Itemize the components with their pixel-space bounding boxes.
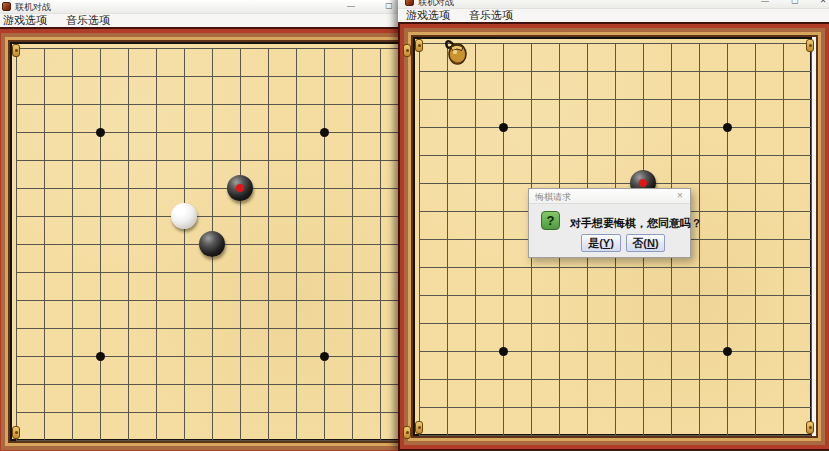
- last-move-marker: [236, 184, 244, 192]
- grid-line: [419, 295, 811, 296]
- star-point: [723, 347, 732, 356]
- grid-line: [419, 379, 811, 380]
- minimize-button[interactable]: —: [343, 0, 359, 12]
- grid-line: [240, 48, 241, 440]
- dialog-close-icon[interactable]: ×: [674, 190, 686, 201]
- grid-line: [16, 272, 408, 273]
- minimize-button[interactable]: —: [757, 0, 773, 7]
- window-title: 联机对战: [418, 0, 454, 9]
- board-left[interactable]: [10, 42, 409, 441]
- dialog-title: 悔棋请求: [535, 191, 571, 204]
- star-point: [96, 352, 105, 361]
- frame-ornament: [806, 421, 814, 434]
- star-point: [499, 123, 508, 132]
- no-button-label: 否(: [632, 237, 647, 249]
- mallet-cursor-icon: [444, 37, 468, 67]
- grid-line: [16, 300, 408, 301]
- frame-ornament: [415, 421, 423, 434]
- grid-line: [268, 48, 269, 440]
- dialog-titlebar[interactable]: 悔棋请求 ×: [529, 189, 690, 204]
- grid-line: [296, 48, 297, 440]
- grid-line: [16, 384, 408, 385]
- no-button[interactable]: 否(N): [626, 234, 665, 252]
- grid-line: [699, 43, 700, 435]
- question-icon: ?: [541, 211, 560, 230]
- frame-ornament: [415, 39, 423, 52]
- grid-line: [16, 440, 408, 441]
- grid-line: [727, 43, 728, 435]
- menu-music-options[interactable]: 音乐选项: [461, 9, 521, 22]
- frame-ornament: [12, 44, 20, 57]
- window-title: 联机对战: [15, 1, 51, 14]
- frame-ornament: [12, 426, 20, 439]
- last-move-marker: [639, 179, 647, 187]
- right-game-window: 联机对战 — ▢ ✕ 游戏选项 音乐选项 悔棋请求 ×: [398, 0, 829, 451]
- star-point: [320, 352, 329, 361]
- white-stone: [171, 203, 197, 229]
- grid-line: [324, 48, 325, 440]
- black-stone: [227, 175, 253, 201]
- yes-button[interactable]: 是(Y): [581, 234, 621, 252]
- star-point: [320, 128, 329, 137]
- dialog-message: 对手想要悔棋，您同意吗？: [570, 216, 702, 231]
- right-titlebar[interactable]: 联机对战 — ▢ ✕: [398, 0, 829, 9]
- menu-game-options[interactable]: 游戏选项: [398, 9, 458, 22]
- grid-line: [811, 43, 812, 435]
- right-menubar: 游戏选项 音乐选项: [398, 9, 829, 22]
- grid-line: [419, 267, 811, 268]
- grid-line: [16, 328, 408, 329]
- grid-line: [16, 412, 408, 413]
- maximize-button[interactable]: ▢: [787, 0, 803, 7]
- left-menubar: 游戏选项 音乐选项: [0, 14, 428, 27]
- star-point: [96, 128, 105, 137]
- grid-line: [783, 43, 784, 435]
- board-frame: [0, 27, 428, 451]
- left-titlebar[interactable]: 联机对战 — ▢ ✕: [0, 0, 428, 14]
- menu-music-options[interactable]: 音乐选项: [58, 14, 118, 27]
- frame-ornament: [806, 39, 814, 52]
- undo-request-dialog: 悔棋请求 × ? 对手想要悔棋，您同意吗？ 是(Y) 否(N): [528, 188, 691, 258]
- left-game-window: 联机对战 — ▢ ✕ 游戏选项 音乐选项 联机对战 — ▢ ✕ 游戏选项 音乐选…: [0, 0, 428, 451]
- maximize-button[interactable]: ▢: [381, 0, 397, 12]
- grid-line: [16, 356, 408, 357]
- star-point: [723, 123, 732, 132]
- close-button[interactable]: ✕: [815, 0, 829, 7]
- frame-ornament: [403, 426, 411, 439]
- grid-line: [419, 323, 811, 324]
- star-point: [499, 347, 508, 356]
- no-mnemonic: N: [647, 237, 655, 249]
- grid-line: [419, 407, 811, 408]
- menu-game-options[interactable]: 游戏选项: [0, 14, 55, 27]
- grid-line: [419, 351, 811, 352]
- grid-line: [419, 435, 811, 436]
- app-icon: [405, 0, 414, 6]
- frame-ornament: [403, 44, 411, 57]
- black-stone: [199, 231, 225, 257]
- yes-button-label: 是(: [588, 237, 603, 249]
- grid-line: [755, 43, 756, 435]
- grid-line: [380, 48, 381, 440]
- grid-line: [352, 48, 353, 440]
- app-icon: [2, 2, 11, 11]
